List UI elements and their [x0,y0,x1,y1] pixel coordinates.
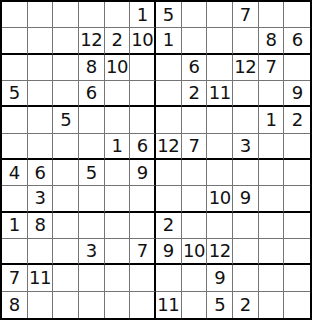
cell-r2c8[interactable] [182,28,208,54]
cell-r10c3[interactable] [53,239,79,265]
cell-r10c8[interactable]: 10 [182,239,208,265]
cell-r3c8[interactable]: 6 [182,55,208,81]
cell-r9c5[interactable] [105,213,131,239]
cell-r7c2[interactable]: 6 [28,160,54,186]
cell-r11c9[interactable]: 9 [207,265,233,291]
cell-r2c6[interactable]: 10 [130,28,156,54]
cell-r9c3[interactable] [53,213,79,239]
cell-r9c12[interactable] [284,213,310,239]
cell-r2c7[interactable]: 1 [156,28,182,54]
cell-r12c4[interactable] [79,292,105,318]
cell-r2c1[interactable] [2,28,28,54]
cell-r2c12[interactable]: 6 [284,28,310,54]
cell-r9c10[interactable] [233,213,259,239]
cell-r12c7[interactable]: 11 [156,292,182,318]
cell-r8c6[interactable] [130,186,156,212]
cell-r6c5[interactable]: 1 [105,134,131,160]
cell-r8c2[interactable]: 3 [28,186,54,212]
cell-r11c12[interactable] [284,265,310,291]
cell-r11c11[interactable] [259,265,285,291]
cell-r7c12[interactable] [284,160,310,186]
cell-r6c12[interactable] [284,134,310,160]
cell-r9c8[interactable] [182,213,208,239]
cell-r12c2[interactable] [28,292,54,318]
cell-r12c8[interactable] [182,292,208,318]
cell-r7c3[interactable] [53,160,79,186]
cell-r5c11[interactable]: 1 [259,107,285,133]
cell-r11c2[interactable]: 11 [28,265,54,291]
cell-r1c2[interactable] [28,2,54,28]
cell-r9c1[interactable]: 1 [2,213,28,239]
cell-r4c4[interactable]: 6 [79,81,105,107]
cell-r2c11[interactable]: 8 [259,28,285,54]
cell-r12c6[interactable] [130,292,156,318]
cell-r8c5[interactable] [105,186,131,212]
cell-r5c8[interactable] [182,107,208,133]
cell-r10c5[interactable] [105,239,131,265]
cell-r5c9[interactable] [207,107,233,133]
cell-r10c4[interactable]: 3 [79,239,105,265]
cell-r4c7[interactable] [156,81,182,107]
cell-r8c3[interactable] [53,186,79,212]
cell-r3c9[interactable] [207,55,233,81]
cell-r9c7[interactable]: 2 [156,213,182,239]
cell-r1c3[interactable] [53,2,79,28]
cell-r10c10[interactable] [233,239,259,265]
cell-r6c1[interactable] [2,134,28,160]
cell-r3c11[interactable]: 7 [259,55,285,81]
cell-r5c3[interactable]: 5 [53,107,79,133]
cell-r2c2[interactable] [28,28,54,54]
cell-r4c10[interactable] [233,81,259,107]
cell-r6c11[interactable] [259,134,285,160]
cell-r7c5[interactable] [105,160,131,186]
cell-r7c10[interactable] [233,160,259,186]
cell-r3c3[interactable] [53,55,79,81]
cell-r6c10[interactable]: 3 [233,134,259,160]
cell-r8c1[interactable] [2,186,28,212]
cell-r8c11[interactable] [259,186,285,212]
cell-r6c3[interactable] [53,134,79,160]
cell-r7c1[interactable]: 4 [2,160,28,186]
cell-r1c11[interactable] [259,2,285,28]
cell-r6c6[interactable]: 6 [130,134,156,160]
cell-r4c12[interactable]: 9 [284,81,310,107]
cell-r3c7[interactable] [156,55,182,81]
cell-r5c5[interactable] [105,107,131,133]
cell-r7c4[interactable]: 5 [79,160,105,186]
cell-r10c2[interactable] [28,239,54,265]
cell-r4c5[interactable] [105,81,131,107]
cell-r7c7[interactable] [156,160,182,186]
cell-r3c1[interactable] [2,55,28,81]
cell-r2c5[interactable]: 2 [105,28,131,54]
cell-r8c8[interactable] [182,186,208,212]
cell-r5c2[interactable] [28,107,54,133]
cell-r6c9[interactable] [207,134,233,160]
cell-r11c3[interactable] [53,265,79,291]
cell-r4c11[interactable] [259,81,285,107]
cell-r7c6[interactable]: 9 [130,160,156,186]
cell-r8c10[interactable]: 9 [233,186,259,212]
cell-r1c10[interactable]: 7 [233,2,259,28]
cell-r12c10[interactable]: 2 [233,292,259,318]
cell-r11c4[interactable] [79,265,105,291]
cell-r8c4[interactable] [79,186,105,212]
cell-r5c4[interactable] [79,107,105,133]
cell-r12c9[interactable]: 5 [207,292,233,318]
cell-r11c1[interactable]: 7 [2,265,28,291]
cell-r2c9[interactable] [207,28,233,54]
cell-r1c1[interactable] [2,2,28,28]
cell-r9c4[interactable] [79,213,105,239]
cell-r9c2[interactable]: 8 [28,213,54,239]
cell-r12c11[interactable] [259,292,285,318]
cell-r6c2[interactable] [28,134,54,160]
cell-r7c11[interactable] [259,160,285,186]
cell-r7c8[interactable] [182,160,208,186]
cell-r8c9[interactable]: 10 [207,186,233,212]
cell-r8c12[interactable] [284,186,310,212]
cell-r3c2[interactable] [28,55,54,81]
cell-r3c12[interactable] [284,55,310,81]
cell-r5c10[interactable] [233,107,259,133]
cell-r12c5[interactable] [105,292,131,318]
cell-r11c7[interactable] [156,265,182,291]
cell-r1c9[interactable] [207,2,233,28]
cell-r6c4[interactable] [79,134,105,160]
cell-r6c8[interactable]: 7 [182,134,208,160]
cell-r6c7[interactable]: 12 [156,134,182,160]
cell-r9c9[interactable] [207,213,233,239]
sudoku-board: 1571221018681061275621195121612734659310… [0,0,312,320]
cell-r4c2[interactable] [28,81,54,107]
cell-r10c1[interactable] [2,239,28,265]
cell-r11c5[interactable] [105,265,131,291]
cell-r5c7[interactable] [156,107,182,133]
cell-r3c6[interactable] [130,55,156,81]
cell-r12c12[interactable] [284,292,310,318]
cell-r12c3[interactable] [53,292,79,318]
cell-r11c8[interactable] [182,265,208,291]
cell-r1c6[interactable]: 1 [130,2,156,28]
cell-r1c4[interactable] [79,2,105,28]
cell-r4c3[interactable] [53,81,79,107]
cell-r5c1[interactable] [2,107,28,133]
cell-r1c12[interactable] [284,2,310,28]
cell-r4c1[interactable]: 5 [2,81,28,107]
cell-r10c12[interactable] [284,239,310,265]
cell-r1c8[interactable] [182,2,208,28]
cell-r7c9[interactable] [207,160,233,186]
cell-r12c1[interactable]: 8 [2,292,28,318]
cell-r3c4[interactable]: 8 [79,55,105,81]
cell-r10c9[interactable]: 12 [207,239,233,265]
cell-r11c10[interactable] [233,265,259,291]
cell-r10c11[interactable] [259,239,285,265]
cell-r1c7[interactable]: 5 [156,2,182,28]
cell-r3c5[interactable]: 10 [105,55,131,81]
cell-r8c7[interactable] [156,186,182,212]
cell-r10c6[interactable]: 7 [130,239,156,265]
cell-r3c10[interactable]: 12 [233,55,259,81]
cell-r4c8[interactable]: 2 [182,81,208,107]
cell-r4c9[interactable]: 11 [207,81,233,107]
cell-r2c10[interactable] [233,28,259,54]
cell-r2c3[interactable] [53,28,79,54]
cell-r2c4[interactable]: 12 [79,28,105,54]
cell-r4c6[interactable] [130,81,156,107]
cell-r10c7[interactable]: 9 [156,239,182,265]
cell-r9c11[interactable] [259,213,285,239]
cell-r5c6[interactable] [130,107,156,133]
cell-r1c5[interactable] [105,2,131,28]
cell-r9c6[interactable] [130,213,156,239]
cell-r11c6[interactable] [130,265,156,291]
cell-r5c12[interactable]: 2 [284,107,310,133]
